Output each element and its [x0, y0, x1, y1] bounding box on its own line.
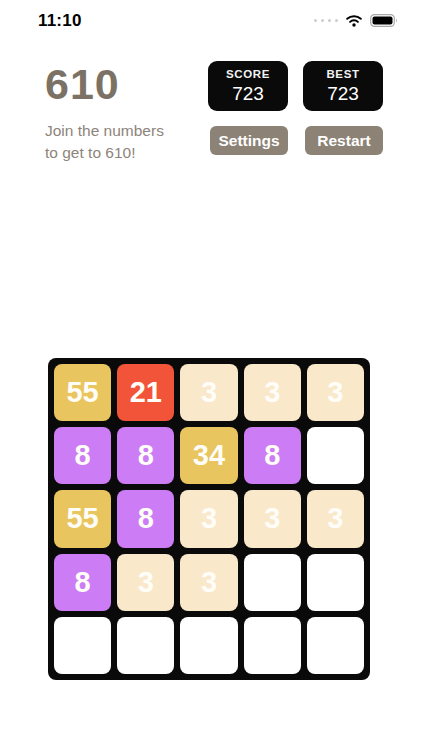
wifi-icon [345, 14, 363, 27]
status-bar: 11:10 [0, 0, 422, 44]
empty-cell-r4c5 [307, 554, 364, 611]
tile-r3c1-55: 55 [54, 490, 111, 547]
empty-cell-r5c3 [180, 617, 237, 674]
empty-cell-r2c5 [307, 427, 364, 484]
score-box: SCORE 723 [208, 61, 288, 111]
tile-r1c3-3: 3 [180, 364, 237, 421]
tile-r3c5-3: 3 [307, 490, 364, 547]
empty-cell-r5c5 [307, 617, 364, 674]
subtitle-line-1: Join the numbers [45, 120, 164, 142]
tile-r2c4-8: 8 [244, 427, 301, 484]
score-label: SCORE [226, 68, 270, 80]
tile-r2c3-34: 34 [180, 427, 237, 484]
restart-button[interactable]: Restart [305, 126, 383, 155]
cellular-signal-icon [314, 19, 339, 23]
best-label: BEST [326, 68, 359, 80]
app-screen: 11:10 610 Join the numbers to get to 610… [0, 0, 422, 750]
settings-button[interactable]: Settings [210, 126, 288, 155]
tile-r2c2-8: 8 [117, 427, 174, 484]
tile-r2c1-8: 8 [54, 427, 111, 484]
tile-r1c5-3: 3 [307, 364, 364, 421]
tile-r3c3-3: 3 [180, 490, 237, 547]
tile-r1c1-55: 55 [54, 364, 111, 421]
game-board[interactable]: 552133388348558333833 [48, 358, 370, 680]
subtitle: Join the numbers to get to 610! [45, 120, 164, 164]
tile-r3c2-8: 8 [117, 490, 174, 547]
tile-r1c4-3: 3 [244, 364, 301, 421]
empty-cell-r5c1 [54, 617, 111, 674]
page-title: 610 [45, 60, 120, 109]
empty-cell-r5c4 [244, 617, 301, 674]
status-time: 11:10 [38, 11, 82, 31]
tile-r1c2-21: 21 [117, 364, 174, 421]
tile-r4c3-3: 3 [180, 554, 237, 611]
status-icons [314, 14, 399, 27]
best-value: 723 [327, 83, 359, 105]
tile-r3c4-3: 3 [244, 490, 301, 547]
battery-icon [370, 14, 398, 27]
score-value: 723 [232, 83, 264, 105]
empty-cell-r4c4 [244, 554, 301, 611]
tile-r4c1-8: 8 [54, 554, 111, 611]
subtitle-line-2: to get to 610! [45, 142, 164, 164]
best-box: BEST 723 [303, 61, 383, 111]
tile-r4c2-3: 3 [117, 554, 174, 611]
empty-cell-r5c2 [117, 617, 174, 674]
